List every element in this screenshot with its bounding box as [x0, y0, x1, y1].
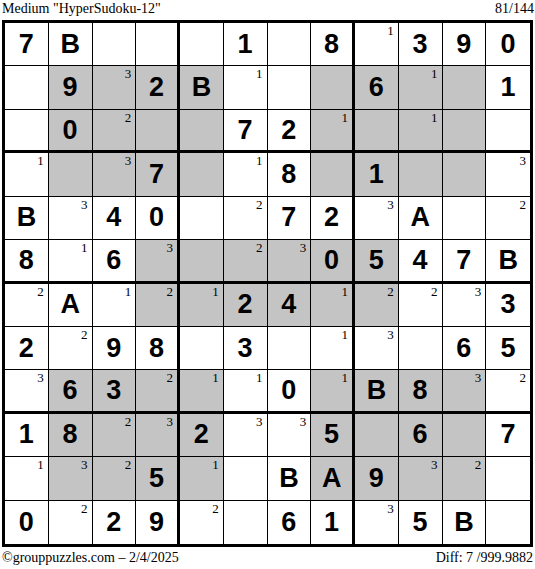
cell-r6c9[interactable]: 5 — [355, 240, 399, 283]
cell-r4c11[interactable] — [443, 153, 487, 196]
cell-r8c3[interactable]: 9 — [93, 327, 137, 370]
cell-r4c5[interactable] — [180, 153, 224, 196]
cell-r9c1[interactable]: 3 — [5, 370, 49, 413]
given-digit: A — [60, 291, 80, 318]
corner-mark: 3 — [387, 502, 394, 515]
cell-r1c8[interactable]: 8 — [311, 23, 355, 66]
cell-r1c5[interactable] — [180, 23, 224, 66]
given-digit: 8 — [149, 335, 164, 362]
cell-r12c9[interactable]: 3 — [355, 501, 399, 544]
given-digit: B — [192, 74, 212, 101]
corner-mark: 2 — [475, 458, 482, 471]
corner-mark: 2 — [125, 111, 132, 124]
cell-r3c2[interactable]: 0 — [49, 110, 93, 153]
corner-mark: 3 — [520, 154, 527, 167]
cell-r2c4[interactable]: 2 — [136, 66, 180, 109]
given-digit: 0 — [149, 204, 164, 231]
cell-r1c2[interactable]: B — [49, 23, 93, 66]
given-digit: 5 — [369, 247, 384, 274]
given-digit: 4 — [106, 204, 121, 231]
cell-r2c6[interactable]: 1 — [224, 66, 268, 109]
cell-r2c12[interactable]: 1 — [486, 66, 530, 109]
cell-r8c6[interactable]: 3 — [224, 327, 268, 370]
cell-r2c3[interactable]: 3 — [93, 66, 137, 109]
given-digit: B — [60, 31, 80, 58]
corner-mark: 2 — [81, 328, 88, 341]
given-digit: 6 — [63, 377, 78, 404]
cell-r5c12[interactable]: 2 — [486, 197, 530, 240]
cell-r12c1[interactable]: 0 — [5, 501, 49, 544]
cell-r3c10[interactable]: 1 — [399, 110, 443, 153]
corner-mark: 2 — [81, 502, 88, 515]
given-digit: 8 — [281, 161, 296, 188]
cell-r2c2[interactable]: 9 — [49, 66, 93, 109]
given-digit: 9 — [456, 31, 471, 58]
corner-mark: 2 — [256, 241, 263, 254]
cell-r3c4[interactable] — [136, 110, 180, 153]
cell-r3c1[interactable] — [5, 110, 49, 153]
given-digit: B — [367, 377, 387, 404]
given-digit: 5 — [501, 335, 516, 362]
cell-r10c8[interactable]: 5 — [311, 414, 355, 457]
cell-r3c12[interactable] — [486, 110, 530, 153]
cell-r10c12[interactable]: 7 — [486, 414, 530, 457]
cell-r9c10[interactable]: 8 — [399, 370, 443, 413]
cell-r6c11[interactable]: 7 — [443, 240, 487, 283]
cell-r5c2[interactable]: 3 — [49, 197, 93, 240]
cell-r3c11[interactable] — [443, 110, 487, 153]
cell-r5c9[interactable]: 3 — [355, 197, 399, 240]
cell-r12c12[interactable] — [486, 501, 530, 544]
cell-r5c1[interactable]: B — [5, 197, 49, 240]
cell-r3c3[interactable]: 2 — [93, 110, 137, 153]
cell-r8c4[interactable]: 8 — [136, 327, 180, 370]
cell-r10c6[interactable]: 3 — [224, 414, 268, 457]
difficulty-text: Diff: 7 /999.9882 — [436, 550, 533, 566]
corner-mark: 3 — [475, 285, 482, 298]
given-digit: 3 — [238, 335, 253, 362]
corner-mark: 3 — [167, 415, 174, 428]
corner-mark: 1 — [81, 241, 88, 254]
cell-r4c9[interactable]: 1 — [355, 153, 399, 196]
given-digit: 7 — [149, 161, 164, 188]
cell-r7c9[interactable]: 2 — [355, 284, 399, 327]
given-digit: 7 — [19, 31, 34, 58]
cell-r9c3[interactable]: 3 — [93, 370, 137, 413]
cell-r4c4[interactable]: 7 — [136, 153, 180, 196]
given-digit: 9 — [63, 74, 78, 101]
corner-mark: 3 — [81, 458, 88, 471]
cell-r1c4[interactable] — [136, 23, 180, 66]
given-digit: 8 — [63, 421, 78, 448]
cell-r3c7[interactable]: 2 — [268, 110, 312, 153]
cell-r8c7[interactable] — [268, 327, 312, 370]
cell-r7c4[interactable]: 2 — [136, 284, 180, 327]
given-digit: 8 — [413, 377, 428, 404]
corner-mark: 1 — [342, 111, 349, 124]
corner-mark: 2 — [125, 415, 132, 428]
cell-r12c7[interactable]: 6 — [268, 501, 312, 544]
cell-r10c3[interactable]: 2 — [93, 414, 137, 457]
cell-r12c3[interactable]: 2 — [93, 501, 137, 544]
cell-r8c9[interactable]: 3 — [355, 327, 399, 370]
cell-r9c9[interactable]: B — [355, 370, 399, 413]
cell-r6c1[interactable]: 8 — [5, 240, 49, 283]
given-digit: 3 — [106, 377, 121, 404]
corner-mark: 3 — [256, 415, 263, 428]
cell-r1c6[interactable]: 1 — [224, 23, 268, 66]
cell-r2c9[interactable]: 6 — [355, 66, 399, 109]
corner-mark: 2 — [167, 371, 174, 384]
given-digit: 0 — [19, 509, 34, 536]
given-digit: 7 — [456, 247, 471, 274]
given-digit: 3 — [501, 291, 516, 318]
cell-r7c12[interactable]: 3 — [486, 284, 530, 327]
cell-r11c1[interactable]: 1 — [5, 457, 49, 500]
cell-r1c10[interactable]: 3 — [399, 23, 443, 66]
cell-r5c7[interactable]: 7 — [268, 197, 312, 240]
cell-r6c10[interactable]: 4 — [399, 240, 443, 283]
cell-r9c12[interactable]: 2 — [486, 370, 530, 413]
cell-r11c10[interactable]: 3 — [399, 457, 443, 500]
cell-r11c4[interactable]: 5 — [136, 457, 180, 500]
corner-mark: 1 — [431, 111, 438, 124]
cell-r11c5[interactable]: 1 — [180, 457, 224, 500]
puzzle-title: Medium "HyperSudoku-12" — [2, 1, 161, 17]
corner-mark: 3 — [300, 415, 307, 428]
corner-mark: 2 — [520, 371, 527, 384]
cell-r11c9[interactable]: 9 — [355, 457, 399, 500]
cell-r6c4[interactable]: 3 — [136, 240, 180, 283]
cell-r1c11[interactable]: 9 — [443, 23, 487, 66]
given-digit: 6 — [413, 421, 428, 448]
cell-r11c12[interactable] — [486, 457, 530, 500]
corner-mark: 3 — [300, 241, 307, 254]
given-digit: 5 — [149, 465, 164, 492]
cell-r4c3[interactable]: 3 — [93, 153, 137, 196]
given-digit: A — [322, 465, 342, 492]
cell-r9c5[interactable]: 1 — [180, 370, 224, 413]
cell-r7c6[interactable]: 2 — [224, 284, 268, 327]
given-digit: 8 — [19, 247, 34, 274]
cell-r10c5[interactable]: 2 — [180, 414, 224, 457]
cell-r8c1[interactable]: 2 — [5, 327, 49, 370]
given-digit: 2 — [281, 117, 296, 144]
given-digit: 2 — [149, 74, 164, 101]
given-digit: 2 — [19, 335, 34, 362]
given-digit: 6 — [456, 335, 471, 362]
cell-r12c11[interactable]: B — [443, 501, 487, 544]
corner-mark: 2 — [125, 458, 132, 471]
corner-mark: 3 — [167, 241, 174, 254]
cell-r6c6[interactable]: 2 — [224, 240, 268, 283]
corner-mark: 3 — [387, 198, 394, 211]
corner-mark: 3 — [431, 458, 438, 471]
cell-r3c6[interactable]: 7 — [224, 110, 268, 153]
cell-r11c8[interactable]: A — [311, 457, 355, 500]
cell-r9c7[interactable]: 0 — [268, 370, 312, 413]
cell-r5c10[interactable]: A — [399, 197, 443, 240]
cell-r5c4[interactable]: 0 — [136, 197, 180, 240]
cell-r12c2[interactable]: 2 — [49, 501, 93, 544]
corner-mark: 2 — [212, 502, 219, 515]
given-digit: 8 — [324, 31, 339, 58]
given-digit: 7 — [501, 421, 516, 448]
given-digit: 9 — [369, 465, 384, 492]
cell-r3c5[interactable] — [180, 110, 224, 153]
corner-mark: 3 — [387, 328, 394, 341]
cell-r4c7[interactable]: 8 — [268, 153, 312, 196]
given-digit: 5 — [324, 421, 339, 448]
given-digit: B — [279, 465, 299, 492]
corner-mark: 2 — [256, 198, 263, 211]
cell-r8c10[interactable] — [399, 327, 443, 370]
cell-r1c1[interactable]: 7 — [5, 23, 49, 66]
given-digit: 4 — [281, 291, 296, 318]
cell-r10c4[interactable]: 3 — [136, 414, 180, 457]
corner-mark: 2 — [387, 285, 394, 298]
given-digit: 5 — [413, 509, 428, 536]
given-digit: B — [454, 509, 474, 536]
corner-mark: 1 — [256, 154, 263, 167]
given-digit: 7 — [238, 117, 253, 144]
cell-r12c10[interactable]: 5 — [399, 501, 443, 544]
cell-r10c10[interactable]: 6 — [399, 414, 443, 457]
cell-r9c4[interactable]: 2 — [136, 370, 180, 413]
given-digit: 1 — [324, 509, 339, 536]
puzzle-counter: 81/144 — [495, 1, 534, 17]
given-digit: 1 — [369, 161, 384, 188]
corner-mark: 3 — [81, 198, 88, 211]
cell-r4c1[interactable]: 1 — [5, 153, 49, 196]
cell-r10c7[interactable]: 3 — [268, 414, 312, 457]
cell-r7c7[interactable]: 4 — [268, 284, 312, 327]
cell-r7c11[interactable]: 3 — [443, 284, 487, 327]
cell-r9c8[interactable]: 1 — [311, 370, 355, 413]
cell-r4c6[interactable]: 1 — [224, 153, 268, 196]
cell-r4c10[interactable] — [399, 153, 443, 196]
given-digit: 0 — [63, 117, 78, 144]
given-digit: 1 — [501, 74, 516, 101]
given-digit: 6 — [106, 247, 121, 274]
cell-r11c7[interactable]: B — [268, 457, 312, 500]
corner-mark: 1 — [37, 458, 44, 471]
given-digit: 2 — [324, 204, 339, 231]
given-digit: 6 — [369, 74, 384, 101]
cell-r12c6[interactable] — [224, 501, 268, 544]
cell-r10c9[interactable] — [355, 414, 399, 457]
cell-r2c1[interactable] — [5, 66, 49, 109]
cell-r11c3[interactable]: 2 — [93, 457, 137, 500]
cell-r6c8[interactable]: 0 — [311, 240, 355, 283]
corner-mark: 3 — [125, 67, 132, 80]
corner-mark: 1 — [37, 154, 44, 167]
given-digit: 1 — [238, 31, 253, 58]
cell-r4c8[interactable] — [311, 153, 355, 196]
given-digit: 4 — [413, 247, 428, 274]
cell-r10c11[interactable] — [443, 414, 487, 457]
given-digit: B — [498, 247, 518, 274]
cell-r5c3[interactable]: 4 — [93, 197, 137, 240]
cell-r4c12[interactable]: 3 — [486, 153, 530, 196]
cell-r1c3[interactable] — [93, 23, 137, 66]
cell-r6c7[interactable]: 3 — [268, 240, 312, 283]
corner-mark: 1 — [431, 67, 438, 80]
corner-mark: 1 — [125, 285, 132, 298]
corner-mark: 1 — [256, 67, 263, 80]
corner-mark: 2 — [520, 198, 527, 211]
cell-r7c3[interactable]: 1 — [93, 284, 137, 327]
corner-mark: 1 — [387, 24, 394, 37]
corner-mark: 2 — [431, 285, 438, 298]
cell-r11c2[interactable]: 3 — [49, 457, 93, 500]
corner-mark: 1 — [212, 458, 219, 471]
corner-mark: 1 — [342, 285, 349, 298]
copyright-text: ©grouppuzzles.com – 2/4/2025 — [2, 550, 179, 566]
cell-r1c12[interactable]: 0 — [486, 23, 530, 66]
cell-r6c12[interactable]: B — [486, 240, 530, 283]
cell-r8c5[interactable] — [180, 327, 224, 370]
cell-r7c5[interactable]: 1 — [180, 284, 224, 327]
cell-r5c6[interactable]: 2 — [224, 197, 268, 240]
cell-r6c3[interactable]: 6 — [93, 240, 137, 283]
cell-r6c5[interactable] — [180, 240, 224, 283]
given-digit: 0 — [501, 31, 516, 58]
given-digit: 9 — [149, 509, 164, 536]
cell-r5c8[interactable]: 2 — [311, 197, 355, 240]
corner-mark: 1 — [342, 328, 349, 341]
cell-r12c4[interactable]: 9 — [136, 501, 180, 544]
cell-r11c6[interactable] — [224, 457, 268, 500]
cell-r2c8[interactable] — [311, 66, 355, 109]
cell-r1c9[interactable]: 1 — [355, 23, 399, 66]
corner-mark: 1 — [212, 371, 219, 384]
cell-r7c10[interactable]: 2 — [399, 284, 443, 327]
given-digit: 3 — [413, 31, 428, 58]
cell-r12c8[interactable]: 1 — [311, 501, 355, 544]
given-digit: 0 — [324, 247, 339, 274]
cell-r8c2[interactable]: 2 — [49, 327, 93, 370]
given-digit: 1 — [19, 421, 34, 448]
given-digit: 7 — [281, 204, 296, 231]
cell-r7c2[interactable]: A — [49, 284, 93, 327]
cell-r7c8[interactable]: 1 — [311, 284, 355, 327]
corner-mark: 1 — [256, 371, 263, 384]
corner-mark: 3 — [37, 371, 44, 384]
cell-r5c5[interactable] — [180, 197, 224, 240]
cell-r2c5[interactable]: B — [180, 66, 224, 109]
cell-r12c5[interactable]: 2 — [180, 501, 224, 544]
cell-r8c8[interactable]: 1 — [311, 327, 355, 370]
cell-r11c11[interactable]: 2 — [443, 457, 487, 500]
cell-r7c1[interactable]: 2 — [5, 284, 49, 327]
corner-mark: 3 — [125, 154, 132, 167]
cell-r8c11[interactable]: 6 — [443, 327, 487, 370]
cell-r10c1[interactable]: 1 — [5, 414, 49, 457]
cell-r10c2[interactable]: 8 — [49, 414, 93, 457]
given-digit: 6 — [281, 509, 296, 536]
cell-r9c11[interactable]: 3 — [443, 370, 487, 413]
cell-r1c7[interactable] — [268, 23, 312, 66]
given-digit: 9 — [106, 335, 121, 362]
cell-r2c7[interactable] — [268, 66, 312, 109]
cell-r5c11[interactable] — [443, 197, 487, 240]
cell-r8c12[interactable]: 5 — [486, 327, 530, 370]
cell-r4c2[interactable] — [49, 153, 93, 196]
cell-r3c8[interactable]: 1 — [311, 110, 355, 153]
cell-r3c9[interactable] — [355, 110, 399, 153]
cell-r9c2[interactable]: 6 — [49, 370, 93, 413]
corner-mark: 3 — [475, 371, 482, 384]
corner-mark: 2 — [37, 285, 44, 298]
given-digit: 0 — [281, 377, 296, 404]
cell-r6c2[interactable]: 1 — [49, 240, 93, 283]
corner-mark: 1 — [212, 285, 219, 298]
given-digit: A — [410, 204, 430, 231]
given-digit: 2 — [106, 509, 121, 536]
given-digit: 2 — [194, 421, 209, 448]
cell-r2c11[interactable] — [443, 66, 487, 109]
corner-mark: 1 — [342, 371, 349, 384]
sudoku-board: 7B181390932B16110272111371813B3402723A28… — [2, 20, 533, 547]
cell-r9c6[interactable]: 1 — [224, 370, 268, 413]
cell-r2c10[interactable]: 1 — [399, 66, 443, 109]
given-digit: 2 — [238, 291, 253, 318]
given-digit: B — [17, 204, 37, 231]
corner-mark: 2 — [167, 285, 174, 298]
